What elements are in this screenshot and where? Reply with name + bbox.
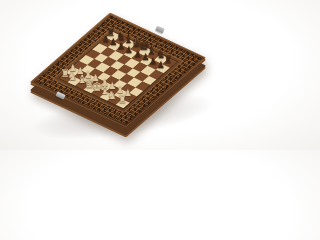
chess-board: ♜♞♝♛♚♝♞♜♟♟♟♟♟♟♟♟♟♟♟♟♟♟♟♟♜♞♝♛♚♝♞♜ bbox=[30, 13, 206, 128]
chess-box: ♜♞♝♛♚♝♞♜♟♟♟♟♟♟♟♟♟♟♟♟♟♟♟♟♜♞♝♛♚♝♞♜ bbox=[0, 0, 240, 150]
product-photo: ♜♞♝♛♚♝♞♜♟♟♟♟♟♟♟♟♟♟♟♟♟♟♟♟♜♞♝♛♚♝♞♜ bbox=[0, 0, 240, 150]
piece-white-rook: ♜ bbox=[113, 94, 131, 104]
piece-black-pawn: ♟ bbox=[152, 61, 170, 70]
